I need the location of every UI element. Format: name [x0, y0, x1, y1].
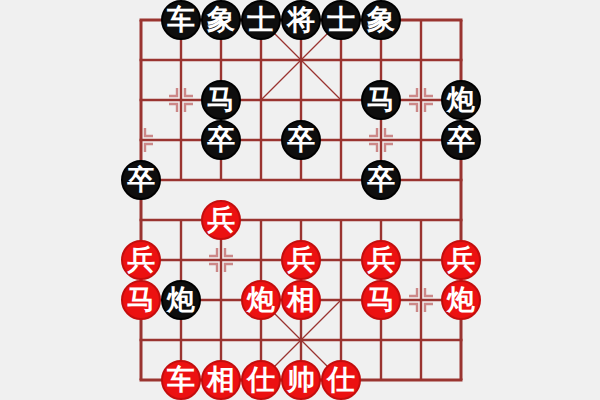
piece-red-chariot[interactable]: 车 — [161, 360, 201, 400]
board-point-7-6[interactable] — [361, 200, 401, 240]
board-point-5-3[interactable] — [281, 80, 321, 120]
board-point-9-2[interactable] — [441, 40, 481, 80]
board-point-3-3[interactable]: 马 — [201, 80, 241, 120]
board-point-3-2[interactable] — [201, 40, 241, 80]
board-point-2-5[interactable] — [161, 160, 201, 200]
piece-red-soldier[interactable]: 兵 — [281, 240, 321, 280]
piece-black-elephant[interactable]: 象 — [201, 0, 241, 40]
board-point-4-4[interactable] — [241, 120, 281, 160]
piece-red-soldier[interactable]: 兵 — [361, 240, 401, 280]
board-point-8-8[interactable] — [401, 280, 441, 320]
board-point-1-4[interactable] — [121, 120, 161, 160]
board-point-6-1[interactable]: 士 — [321, 0, 361, 40]
board-point-4-1[interactable]: 士 — [241, 0, 281, 40]
board-point-3-8[interactable] — [201, 280, 241, 320]
piece-black-soldier[interactable]: 卒 — [361, 160, 401, 200]
xiangqi-board: 车象士将士象马马炮卒卒卒卒卒兵兵兵兵兵马炮炮相马炮车相仕帅仕 — [0, 0, 600, 400]
board-point-4-8[interactable]: 炮 — [241, 280, 281, 320]
piece-red-elephant[interactable]: 相 — [281, 280, 321, 320]
board-point-5-10[interactable]: 帅 — [281, 360, 321, 400]
board-point-8-7[interactable] — [401, 240, 441, 280]
board-point-4-2[interactable] — [241, 40, 281, 80]
board-point-9-5[interactable] — [441, 160, 481, 200]
board-point-8-5[interactable] — [401, 160, 441, 200]
board-point-6-2[interactable] — [321, 40, 361, 80]
board-point-5-1[interactable]: 将 — [281, 0, 321, 40]
piece-black-horse[interactable]: 马 — [361, 80, 401, 120]
piece-red-cannon[interactable]: 炮 — [441, 280, 481, 320]
board-point-7-7[interactable]: 兵 — [361, 240, 401, 280]
board-point-5-5[interactable] — [281, 160, 321, 200]
board-point-5-2[interactable] — [281, 40, 321, 80]
piece-red-horse[interactable]: 马 — [121, 280, 161, 320]
board-point-4-7[interactable] — [241, 240, 281, 280]
piece-red-soldier[interactable]: 兵 — [441, 240, 481, 280]
board-point-5-6[interactable] — [281, 200, 321, 240]
board-point-6-4[interactable] — [321, 120, 361, 160]
board-point-9-3[interactable]: 炮 — [441, 80, 481, 120]
piece-red-horse[interactable]: 马 — [361, 280, 401, 320]
piece-black-advisor[interactable]: 士 — [241, 0, 281, 40]
board-point-6-9[interactable] — [321, 320, 361, 360]
board-point-3-6[interactable]: 兵 — [201, 200, 241, 240]
board-point-2-4[interactable] — [161, 120, 201, 160]
board-point-4-6[interactable] — [241, 200, 281, 240]
board-point-6-3[interactable] — [321, 80, 361, 120]
board-point-2-10[interactable]: 车 — [161, 360, 201, 400]
piece-red-advisor[interactable]: 仕 — [241, 360, 281, 400]
board-point-6-5[interactable] — [321, 160, 361, 200]
piece-red-elephant[interactable]: 相 — [201, 360, 241, 400]
board-point-8-4[interactable] — [401, 120, 441, 160]
board-point-1-10[interactable] — [121, 360, 161, 400]
board-point-1-6[interactable] — [121, 200, 161, 240]
board-point-3-5[interactable] — [201, 160, 241, 200]
board-point-7-8[interactable]: 马 — [361, 280, 401, 320]
piece-black-advisor[interactable]: 士 — [321, 0, 361, 40]
board-point-2-8[interactable]: 炮 — [161, 280, 201, 320]
piece-red-soldier[interactable]: 兵 — [201, 200, 241, 240]
board-point-9-9[interactable] — [441, 320, 481, 360]
board-point-3-9[interactable] — [201, 320, 241, 360]
board-point-8-3[interactable] — [401, 80, 441, 120]
piece-red-general[interactable]: 帅 — [281, 360, 321, 400]
piece-black-soldier[interactable]: 卒 — [201, 120, 241, 160]
board-point-8-10[interactable] — [401, 360, 441, 400]
piece-black-elephant[interactable]: 象 — [361, 0, 401, 40]
board-point-5-7[interactable]: 兵 — [281, 240, 321, 280]
board-point-8-2[interactable] — [401, 40, 441, 80]
board-point-1-5[interactable]: 卒 — [121, 160, 161, 200]
board-point-3-4[interactable]: 卒 — [201, 120, 241, 160]
board-point-7-4[interactable] — [361, 120, 401, 160]
board-point-5-8[interactable]: 相 — [281, 280, 321, 320]
board-point-4-5[interactable] — [241, 160, 281, 200]
board-point-3-1[interactable]: 象 — [201, 0, 241, 40]
board-point-1-1[interactable] — [121, 0, 161, 40]
piece-black-cannon[interactable]: 炮 — [161, 280, 201, 320]
board-point-7-3[interactable]: 马 — [361, 80, 401, 120]
board-point-4-9[interactable] — [241, 320, 281, 360]
board-point-4-10[interactable]: 仕 — [241, 360, 281, 400]
board-point-3-10[interactable]: 相 — [201, 360, 241, 400]
piece-red-soldier[interactable]: 兵 — [121, 240, 161, 280]
board-point-6-10[interactable]: 仕 — [321, 360, 361, 400]
board-point-5-4[interactable]: 卒 — [281, 120, 321, 160]
board-point-6-8[interactable] — [321, 280, 361, 320]
board-point-8-9[interactable] — [401, 320, 441, 360]
board-point-8-1[interactable] — [401, 0, 441, 40]
board-point-4-3[interactable] — [241, 80, 281, 120]
board-point-7-5[interactable]: 卒 — [361, 160, 401, 200]
board-point-6-7[interactable] — [321, 240, 361, 280]
piece-red-cannon[interactable]: 炮 — [241, 280, 281, 320]
board-point-6-6[interactable] — [321, 200, 361, 240]
board-point-2-1[interactable]: 车 — [161, 0, 201, 40]
board-point-1-7[interactable]: 兵 — [121, 240, 161, 280]
piece-black-cannon[interactable]: 炮 — [441, 80, 481, 120]
board-point-2-3[interactable] — [161, 80, 201, 120]
piece-black-soldier[interactable]: 卒 — [121, 160, 161, 200]
piece-black-horse[interactable]: 马 — [201, 80, 241, 120]
board-point-2-2[interactable] — [161, 40, 201, 80]
board-point-8-6[interactable] — [401, 200, 441, 240]
piece-black-soldier[interactable]: 卒 — [281, 120, 321, 160]
board-point-9-1[interactable] — [441, 0, 481, 40]
board-point-7-1[interactable]: 象 — [361, 0, 401, 40]
board-point-7-10[interactable] — [361, 360, 401, 400]
piece-black-chariot[interactable]: 车 — [161, 0, 201, 40]
board-point-7-9[interactable] — [361, 320, 401, 360]
board-point-9-6[interactable] — [441, 200, 481, 240]
board-point-1-9[interactable] — [121, 320, 161, 360]
piece-black-soldier[interactable]: 卒 — [441, 120, 481, 160]
board-point-2-7[interactable] — [161, 240, 201, 280]
board-point-2-6[interactable] — [161, 200, 201, 240]
piece-red-advisor[interactable]: 仕 — [321, 360, 361, 400]
board-point-1-3[interactable] — [121, 80, 161, 120]
board-point-5-9[interactable] — [281, 320, 321, 360]
piece-black-general[interactable]: 将 — [281, 0, 321, 40]
board-point-2-9[interactable] — [161, 320, 201, 360]
board-point-1-8[interactable]: 马 — [121, 280, 161, 320]
board-point-9-4[interactable]: 卒 — [441, 120, 481, 160]
board-point-9-8[interactable]: 炮 — [441, 280, 481, 320]
board-point-9-10[interactable] — [441, 360, 481, 400]
board-point-1-2[interactable] — [121, 40, 161, 80]
board-point-7-2[interactable] — [361, 40, 401, 80]
board-point-9-7[interactable]: 兵 — [441, 240, 481, 280]
board-point-3-7[interactable] — [201, 240, 241, 280]
board-points: 车象士将士象马马炮卒卒卒卒卒兵兵兵兵兵马炮炮相马炮车相仕帅仕 — [121, 0, 481, 400]
